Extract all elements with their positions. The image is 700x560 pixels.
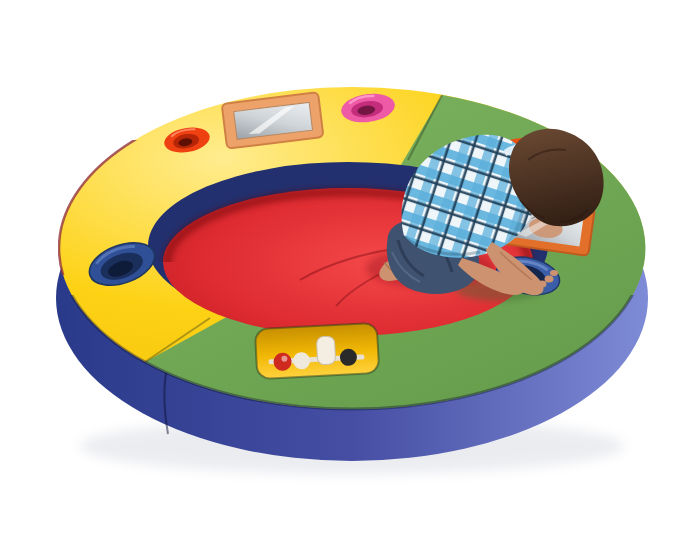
finger bbox=[545, 276, 554, 283]
finger bbox=[538, 281, 547, 288]
finger bbox=[550, 270, 558, 276]
bead-tray bbox=[255, 323, 379, 379]
product-photo-stage bbox=[0, 0, 700, 560]
softplay-ring-illustration bbox=[0, 0, 700, 560]
white-cylinder bbox=[316, 336, 335, 365]
